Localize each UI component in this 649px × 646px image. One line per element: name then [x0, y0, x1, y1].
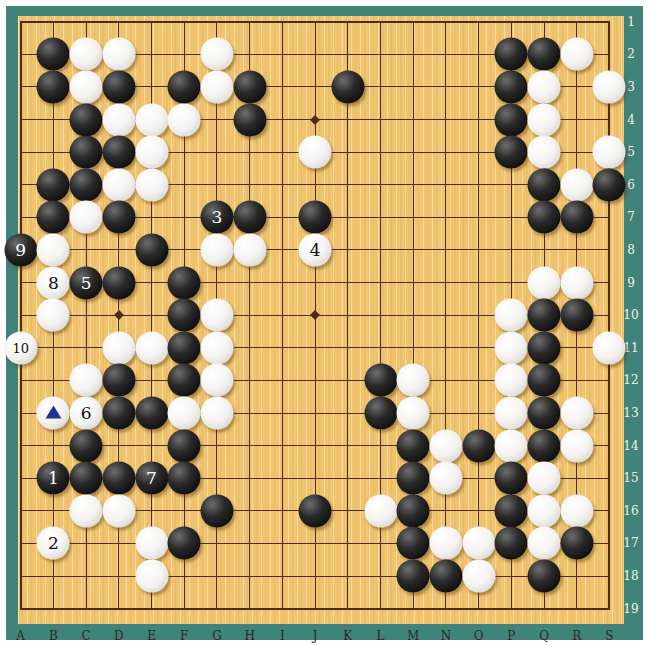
column-label-O: O: [474, 629, 484, 643]
row-label-6: 6: [627, 178, 635, 192]
column-label-N: N: [441, 629, 452, 643]
go-board-diagram: ABCDEFGHIJKLMNOPQRS123456789101112131415…: [0, 0, 649, 646]
column-label-A: A: [16, 629, 25, 643]
row-label-15: 15: [623, 471, 638, 485]
column-label-D: D: [114, 629, 124, 643]
column-label-R: R: [572, 629, 581, 643]
column-label-M: M: [407, 629, 419, 643]
goban[interactable]: [18, 16, 624, 624]
column-label-J: J: [313, 629, 318, 643]
column-label-B: B: [49, 629, 58, 643]
row-label-2: 2: [627, 47, 635, 61]
row-label-14: 14: [623, 439, 638, 453]
row-label-16: 16: [623, 504, 638, 518]
column-label-I: I: [280, 629, 285, 643]
column-label-K: K: [343, 629, 352, 643]
column-label-L: L: [377, 629, 385, 643]
row-label-12: 12: [623, 373, 638, 387]
column-label-C: C: [82, 629, 91, 643]
row-label-5: 5: [627, 145, 635, 159]
row-label-18: 18: [623, 569, 638, 583]
row-label-19: 19: [623, 602, 638, 616]
row-label-8: 8: [627, 243, 635, 257]
row-label-3: 3: [627, 80, 635, 94]
row-label-10: 10: [623, 308, 638, 322]
column-label-F: F: [180, 629, 188, 643]
row-label-4: 4: [627, 113, 635, 127]
column-label-P: P: [507, 629, 515, 643]
row-label-7: 7: [627, 210, 635, 224]
board-frame: [6, 6, 643, 640]
column-label-H: H: [244, 629, 254, 643]
row-label-11: 11: [623, 341, 638, 355]
column-label-E: E: [147, 629, 156, 643]
row-label-17: 17: [623, 536, 638, 550]
row-label-13: 13: [623, 406, 638, 420]
column-label-G: G: [212, 629, 222, 643]
column-label-Q: Q: [539, 629, 549, 643]
row-label-1: 1: [627, 15, 635, 29]
row-label-9: 9: [627, 276, 635, 290]
column-label-S: S: [605, 629, 613, 643]
